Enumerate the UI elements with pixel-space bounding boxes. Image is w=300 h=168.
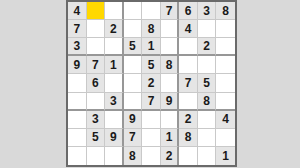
cell-r6c3[interactable]: 3 — [105, 93, 124, 111]
cell-r1c1[interactable]: 4 — [68, 2, 87, 20]
cell-r4c3[interactable]: 1 — [105, 56, 124, 74]
cell-r1c8[interactable]: 3 — [198, 2, 217, 20]
cell-r5c4[interactable] — [124, 74, 143, 92]
cell-r6c9[interactable] — [216, 93, 235, 111]
cell-r5c9[interactable] — [216, 74, 235, 92]
cell-r4c5[interactable]: 5 — [142, 56, 161, 74]
cell-r7c3[interactable] — [105, 111, 124, 129]
cell-r3c7[interactable] — [179, 38, 198, 56]
cell-r4c7[interactable] — [179, 56, 198, 74]
cell-r2c4[interactable] — [124, 20, 143, 38]
cell-r2c8[interactable] — [198, 20, 217, 38]
cell-r6c6[interactable]: 9 — [161, 93, 180, 111]
cell-r3c8[interactable]: 2 — [198, 38, 217, 56]
cell-r9c7[interactable] — [179, 147, 198, 165]
cell-r1c2[interactable] — [87, 2, 106, 20]
cell-r8c1[interactable] — [68, 129, 87, 147]
cell-r9c9[interactable]: 1 — [216, 147, 235, 165]
cell-r4c1[interactable]: 9 — [68, 56, 87, 74]
cell-r9c1[interactable] — [68, 147, 87, 165]
cell-r3c2[interactable] — [87, 38, 106, 56]
cell-r9c4[interactable]: 8 — [124, 147, 143, 165]
cell-r1c5[interactable] — [142, 2, 161, 20]
cell-r4c6[interactable]: 8 — [161, 56, 180, 74]
cell-r5c6[interactable] — [161, 74, 180, 92]
cell-r4c2[interactable]: 7 — [87, 56, 106, 74]
cell-r2c3[interactable]: 2 — [105, 20, 124, 38]
cell-r6c4[interactable] — [124, 93, 143, 111]
cell-r7c5[interactable] — [142, 111, 161, 129]
cell-r2c7[interactable]: 4 — [179, 20, 198, 38]
cell-r1c4[interactable] — [124, 2, 143, 20]
cell-r8c5[interactable] — [142, 129, 161, 147]
cell-r2c9[interactable] — [216, 20, 235, 38]
cell-r6c5[interactable]: 7 — [142, 93, 161, 111]
cell-r9c2[interactable] — [87, 147, 106, 165]
sudoku-board: 47638728435129715862753798392459718821 — [66, 0, 237, 167]
cell-r9c8[interactable] — [198, 147, 217, 165]
cell-r8c8[interactable] — [198, 129, 217, 147]
cell-r3c3[interactable] — [105, 38, 124, 56]
cell-r7c7[interactable]: 2 — [179, 111, 198, 129]
cell-r5c7[interactable]: 7 — [179, 74, 198, 92]
cell-r5c1[interactable] — [68, 74, 87, 92]
cell-r3c4[interactable]: 5 — [124, 38, 143, 56]
cell-r2c1[interactable]: 7 — [68, 20, 87, 38]
cell-r9c3[interactable] — [105, 147, 124, 165]
cell-r4c8[interactable] — [198, 56, 217, 74]
cell-r7c8[interactable] — [198, 111, 217, 129]
cell-r1c9[interactable]: 8 — [216, 2, 235, 20]
cell-r4c9[interactable] — [216, 56, 235, 74]
sudoku-app: 47638728435129715862753798392459718821 — [0, 0, 300, 168]
cell-r4c4[interactable] — [124, 56, 143, 74]
cell-r3c1[interactable]: 3 — [68, 38, 87, 56]
cell-r6c8[interactable]: 8 — [198, 93, 217, 111]
cell-r7c2[interactable]: 3 — [87, 111, 106, 129]
cell-r5c8[interactable]: 5 — [198, 74, 217, 92]
cell-r9c5[interactable] — [142, 147, 161, 165]
cell-r7c6[interactable] — [161, 111, 180, 129]
cell-r6c7[interactable] — [179, 93, 198, 111]
cell-r7c4[interactable]: 9 — [124, 111, 143, 129]
cell-r1c3[interactable] — [105, 2, 124, 20]
cell-r2c2[interactable] — [87, 20, 106, 38]
cell-r5c5[interactable]: 2 — [142, 74, 161, 92]
cell-r5c3[interactable] — [105, 74, 124, 92]
cell-r8c6[interactable]: 1 — [161, 129, 180, 147]
cell-r6c2[interactable] — [87, 93, 106, 111]
cell-r3c6[interactable] — [161, 38, 180, 56]
cell-r3c9[interactable] — [216, 38, 235, 56]
cell-r3c5[interactable]: 1 — [142, 38, 161, 56]
cell-r2c6[interactable] — [161, 20, 180, 38]
cell-r8c7[interactable]: 8 — [179, 129, 198, 147]
cell-r6c1[interactable] — [68, 93, 87, 111]
cell-r7c1[interactable] — [68, 111, 87, 129]
cell-r9c6[interactable]: 2 — [161, 147, 180, 165]
cell-r1c6[interactable]: 7 — [161, 2, 180, 20]
cell-r8c4[interactable]: 7 — [124, 129, 143, 147]
cell-r8c2[interactable]: 5 — [87, 129, 106, 147]
cell-r5c2[interactable]: 6 — [87, 74, 106, 92]
cell-r2c5[interactable]: 8 — [142, 20, 161, 38]
cell-r8c3[interactable]: 9 — [105, 129, 124, 147]
cell-r7c9[interactable]: 4 — [216, 111, 235, 129]
cell-r8c9[interactable] — [216, 129, 235, 147]
cell-r1c7[interactable]: 6 — [179, 2, 198, 20]
